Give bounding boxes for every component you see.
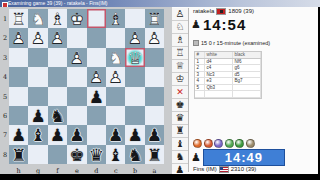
move-cell	[233, 91, 261, 97]
piece-palette: ♙♘♗♖♕♔✕♚♛♜♝♞♟	[172, 8, 189, 172]
black-pawn-piece: ♟	[145, 125, 164, 144]
white-king-outline: ♔	[67, 9, 86, 28]
game-info-panel: ♙♘♗♖♕♔✕♚♛♜♝♞♟ ratakela 1809 (39) ♟ 14:54…	[172, 7, 318, 174]
square-f1[interactable]: ♝♗	[48, 9, 67, 28]
move-list-table: #whiteblack1d4Nf62c4g63Nc3d54e3Bg75Qb3	[194, 51, 262, 99]
square-h4[interactable]	[9, 67, 28, 86]
black-player-rating: 2310 (39)	[231, 166, 257, 173]
flag-canton	[220, 167, 224, 170]
board-panel: ♜♖♞♘♝♗♚♔♝♗♜♖♟♙♟♙♟♙♟♙♟♙♟♙♞♘♛♕♟♙♟♙♟♟♞♟♝♟♟♟…	[0, 7, 172, 174]
square-b3[interactable]: ♛♕	[125, 48, 144, 67]
square-g1[interactable]: ♞♘	[28, 9, 47, 28]
square-h7[interactable]: ♟	[9, 125, 28, 144]
move-cell[interactable]: 2	[195, 65, 205, 71]
square-h6[interactable]	[9, 106, 28, 125]
move-cell[interactable]: 3	[195, 72, 205, 78]
square-a3[interactable]	[145, 48, 164, 67]
square-h2[interactable]: ♟♙	[9, 28, 28, 47]
palette-white-bishop[interactable]: ♗	[172, 34, 188, 47]
nav-backward-button[interactable]	[204, 139, 213, 148]
white-knight-outline: ♘	[28, 9, 47, 28]
square-b5[interactable]	[125, 87, 144, 106]
window-title-text: Examining game 39 (39) - ratakela - Fins…	[0, 0, 107, 6]
nav-backward-all-button[interactable]	[193, 139, 202, 148]
square-g5[interactable]	[28, 87, 47, 106]
square-f7[interactable]: ♟	[48, 125, 67, 144]
square-g6[interactable]: ♟	[28, 106, 47, 125]
rank-label-3: 3	[1, 54, 9, 62]
square-g4[interactable]	[28, 67, 47, 86]
black-rook-piece: ♜	[145, 145, 164, 164]
palette-black-knight[interactable]: ♞	[172, 151, 188, 164]
chess-board: ♜♖♞♘♝♗♚♔♝♗♜♖♟♙♟♙♟♙♟♙♟♙♟♙♞♘♛♕♟♙♟♙♟♟♞♟♝♟♟♟…	[9, 9, 164, 164]
square-f4[interactable]	[48, 67, 67, 86]
white-clock-pawn-icon: ♟	[191, 18, 201, 32]
white-player-flag-icon	[216, 8, 226, 15]
white-pawn-outline: ♙	[87, 67, 106, 86]
move-cell[interactable]: e3	[205, 78, 233, 84]
square-b7[interactable]: ♟	[125, 125, 144, 144]
square-f2[interactable]: ♟♙	[48, 28, 67, 47]
black-pawn-piece: ♟	[67, 125, 86, 144]
square-h3[interactable]	[9, 48, 28, 67]
move-cell[interactable]: d5	[233, 72, 261, 78]
black-pawn-piece: ♟	[28, 106, 47, 125]
square-e8[interactable]: ♚	[67, 145, 86, 164]
white-clock: 14:54	[203, 16, 246, 33]
nav-commit-button[interactable]	[246, 139, 255, 148]
square-d7[interactable]	[87, 125, 106, 144]
navigation-buttons	[193, 139, 255, 148]
white-pawn-outline: ♙	[106, 67, 125, 86]
black-bishop-piece: ♝	[28, 125, 47, 144]
black-pawn-piece: ♟	[106, 125, 125, 144]
move-cell	[205, 91, 233, 97]
square-g3[interactable]	[28, 48, 47, 67]
palette-white-rook[interactable]: ♖	[172, 47, 188, 60]
palette-black-bishop[interactable]: ♝	[172, 138, 188, 151]
black-queen-piece: ♛	[87, 145, 106, 164]
app-window: Examining game 39 (39) - ratakela - Fins…	[0, 0, 320, 180]
square-b1[interactable]	[125, 9, 144, 28]
move-col-header: black	[233, 52, 261, 58]
game-type-text: 15 0 r 15-minute (examined)	[201, 40, 270, 46]
white-player-name: ratakela	[193, 8, 214, 15]
game-type-row: 15 0 r 15-minute (examined)	[193, 40, 270, 46]
square-d5[interactable]: ♟	[87, 87, 106, 106]
square-c6[interactable]	[106, 106, 125, 125]
square-f3[interactable]	[48, 48, 67, 67]
square-f8[interactable]	[48, 145, 67, 164]
white-bishop-outline: ♗	[48, 9, 67, 28]
white-rook-outline: ♖	[145, 9, 164, 28]
white-pawn-outline: ♙	[67, 48, 86, 67]
square-g7[interactable]: ♝	[28, 125, 47, 144]
square-a6[interactable]	[145, 106, 164, 125]
square-e7[interactable]: ♟	[67, 125, 86, 144]
square-a7[interactable]: ♟	[145, 125, 164, 144]
black-pawn-piece: ♟	[87, 87, 106, 106]
black-clock-pawn-icon: ♟	[191, 151, 201, 165]
square-e3[interactable]: ♟♙	[67, 48, 86, 67]
black-king-piece: ♚	[67, 145, 86, 164]
move-cell[interactable]	[233, 85, 261, 91]
square-c4[interactable]: ♟♙	[106, 67, 125, 86]
square-a1[interactable]: ♜♖	[145, 9, 164, 28]
square-d1[interactable]	[87, 9, 106, 28]
flag-emblem	[220, 10, 223, 13]
square-c5[interactable]	[106, 87, 125, 106]
white-pawn-outline: ♙	[48, 28, 67, 47]
rank-label-2: 2	[1, 34, 9, 42]
square-e6[interactable]	[67, 106, 86, 125]
white-clock-row: ♟ 14:54	[191, 16, 246, 33]
square-f5[interactable]	[48, 87, 67, 106]
square-e5[interactable]	[67, 87, 86, 106]
rank-label-1: 1	[1, 15, 9, 23]
move-cell[interactable]: Qb3	[205, 85, 233, 91]
move-col-header: #	[195, 52, 205, 58]
white-player-rating: 1809 (39)	[228, 8, 254, 15]
square-d2[interactable]	[87, 28, 106, 47]
black-pawn-piece: ♟	[48, 125, 67, 144]
palette-black-rook[interactable]: ♜	[172, 125, 188, 138]
palette-white-pawn[interactable]: ♙	[172, 8, 188, 21]
square-e2[interactable]	[67, 28, 86, 47]
black-pawn-piece: ♟	[9, 125, 28, 144]
white-player-row: ratakela 1809 (39)	[193, 8, 254, 15]
rank-label-5: 5	[1, 93, 9, 101]
nav-forward-all-button[interactable]	[235, 139, 244, 148]
nav-forward-button[interactable]	[225, 139, 234, 148]
white-pawn-outline: ♙	[125, 28, 144, 47]
white-pawn-outline: ♙	[145, 28, 164, 47]
square-d3[interactable]	[87, 48, 106, 67]
move-cell[interactable]: d4	[205, 59, 233, 65]
palette-white-knight[interactable]: ♘	[172, 21, 188, 34]
rank-label-6: 6	[1, 112, 9, 120]
square-g2[interactable]: ♟♙	[28, 28, 47, 47]
square-e1[interactable]: ♚♔	[67, 9, 86, 28]
square-h5[interactable]	[9, 87, 28, 106]
square-c2[interactable]	[106, 28, 125, 47]
move-cell[interactable]: 5	[195, 85, 205, 91]
move-cell[interactable]: 4	[195, 78, 205, 84]
rank-label-4: 4	[1, 73, 9, 81]
black-clock: 14:49	[225, 150, 263, 165]
info-area: ratakela 1809 (39) ♟ 14:54 15 0 r 15-min…	[189, 7, 318, 174]
square-h1[interactable]: ♜♖	[9, 9, 28, 28]
square-b2[interactable]: ♟♙	[125, 28, 144, 47]
square-c1[interactable]: ♝♗	[106, 9, 125, 28]
white-knight-outline: ♘	[106, 48, 125, 67]
move-cell[interactable]: Bg7	[233, 78, 261, 84]
black-rook-piece: ♜	[9, 145, 28, 164]
palette-delete[interactable]: ✕	[172, 86, 188, 99]
black-player-flag-icon	[219, 166, 229, 173]
rank-label-8: 8	[1, 151, 9, 159]
black-bishop-piece: ♝	[106, 145, 125, 164]
square-h8[interactable]: ♜	[9, 145, 28, 164]
letterbox-bar	[0, 174, 320, 180]
black-pawn-piece: ♟	[125, 125, 144, 144]
square-d4[interactable]: ♟♙	[87, 67, 106, 86]
square-d6[interactable]	[87, 106, 106, 125]
move-cell	[195, 91, 205, 97]
white-queen-outline: ♕	[125, 48, 144, 67]
white-bishop-outline: ♗	[106, 9, 125, 28]
square-g8[interactable]	[28, 145, 47, 164]
game-type-icon	[193, 40, 199, 46]
palette-white-king[interactable]: ♔	[172, 73, 188, 86]
square-b4[interactable]	[125, 67, 144, 86]
black-knight-piece: ♞	[125, 145, 144, 164]
window-title-bar[interactable]: Examining game 39 (39) - ratakela - Fins…	[0, 0, 320, 7]
rank-label-7: 7	[1, 131, 9, 139]
square-b6[interactable]	[125, 106, 144, 125]
palette-white-queen[interactable]: ♕	[172, 60, 188, 73]
palette-black-king[interactable]: ♚	[172, 99, 188, 112]
square-e4[interactable]	[67, 67, 86, 86]
black-player-row: Fins (IM) 2310 (39)	[193, 166, 256, 173]
square-a5[interactable]	[145, 87, 164, 106]
white-pawn-outline: ♙	[9, 28, 28, 47]
move-cell[interactable]: 1	[195, 59, 205, 65]
square-a8[interactable]: ♜	[145, 145, 164, 164]
black-clock-active-box: 14:49	[203, 149, 285, 166]
move-cell[interactable]: Nf6	[233, 59, 261, 65]
square-c8[interactable]: ♝	[106, 145, 125, 164]
nav-revert-button[interactable]	[214, 139, 223, 148]
white-rook-outline: ♖	[9, 9, 28, 28]
move-cell[interactable]: Nc3	[205, 72, 233, 78]
square-b8[interactable]: ♞	[125, 145, 144, 164]
move-cell[interactable]: c4	[205, 65, 233, 71]
black-player-name: Fins (IM)	[193, 166, 217, 173]
move-cell[interactable]: g6	[233, 65, 261, 71]
square-c3[interactable]: ♞♘	[106, 48, 125, 67]
square-d8[interactable]: ♛	[87, 145, 106, 164]
black-clock-row: ♟ 14:49	[191, 149, 285, 166]
move-col-header: white	[205, 52, 233, 58]
palette-black-queen[interactable]: ♛	[172, 112, 188, 125]
square-f6[interactable]: ♞	[48, 106, 67, 125]
square-a2[interactable]: ♟♙	[145, 28, 164, 47]
square-c7[interactable]: ♟	[106, 125, 125, 144]
white-pawn-outline: ♙	[28, 28, 47, 47]
black-knight-piece: ♞	[48, 106, 67, 125]
square-a4[interactable]	[145, 67, 164, 86]
